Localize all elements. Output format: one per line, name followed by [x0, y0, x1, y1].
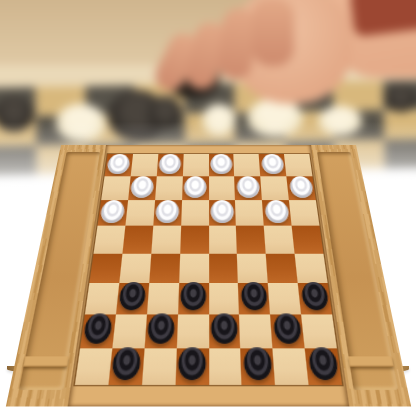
square-r8c2[interactable] [108, 348, 144, 385]
square-r3c4[interactable] [181, 200, 209, 226]
square-r1c5[interactable] [209, 154, 235, 176]
black-piece[interactable] [300, 282, 329, 310]
white-piece[interactable] [155, 200, 179, 223]
square-r6c3[interactable] [147, 283, 179, 315]
square-r7c3[interactable] [144, 314, 177, 348]
square-r5c6[interactable] [237, 253, 268, 282]
square-r1c2[interactable] [131, 154, 159, 176]
square-r4c1[interactable] [94, 226, 126, 253]
square-r2c7[interactable] [260, 176, 289, 200]
square-r2c8[interactable] [286, 176, 315, 200]
checkers-board [73, 153, 343, 386]
white-piece[interactable] [261, 154, 284, 174]
white-piece[interactable] [107, 154, 131, 174]
white-piece[interactable] [237, 176, 260, 197]
black-piece[interactable] [178, 348, 206, 381]
square-r8c7[interactable] [273, 348, 309, 385]
white-piece[interactable] [130, 176, 154, 197]
square-r3c6[interactable] [235, 200, 264, 226]
square-r6c1[interactable] [85, 283, 119, 315]
square-r7c4[interactable] [176, 314, 208, 348]
square-r7c5[interactable] [209, 314, 241, 348]
square-r3c7[interactable] [262, 200, 292, 226]
left-tray-divider [23, 356, 68, 367]
square-r3c2[interactable] [125, 200, 155, 226]
square-r6c5[interactable] [209, 283, 240, 315]
square-r6c6[interactable] [238, 283, 270, 315]
square-r7c2[interactable] [112, 314, 147, 348]
wooden-box [6, 145, 411, 406]
square-r4c4[interactable] [180, 226, 209, 253]
right-tray-divider [348, 356, 393, 367]
square-r5c1[interactable] [89, 253, 122, 282]
black-piece[interactable] [307, 348, 339, 381]
square-r4c7[interactable] [264, 226, 295, 253]
square-r8c6[interactable] [241, 348, 276, 385]
black-piece[interactable] [180, 282, 206, 310]
square-r7c6[interactable] [239, 314, 272, 348]
black-piece[interactable] [241, 282, 268, 310]
square-r7c1[interactable] [80, 314, 116, 348]
square-r8c4[interactable] [175, 348, 208, 385]
square-r1c8[interactable] [284, 154, 312, 176]
board-center [68, 145, 350, 406]
white-piece[interactable] [159, 154, 182, 174]
square-r2c6[interactable] [234, 176, 262, 200]
square-r1c1[interactable] [105, 154, 133, 176]
white-piece[interactable] [264, 200, 289, 223]
square-r5c2[interactable] [119, 253, 151, 282]
square-r8c5[interactable] [209, 348, 242, 385]
square-r3c1[interactable] [97, 200, 127, 226]
square-r4c3[interactable] [151, 226, 181, 253]
square-r5c5[interactable] [209, 253, 239, 282]
product-photo [0, 0, 416, 416]
square-r7c8[interactable] [301, 314, 337, 348]
square-r5c7[interactable] [266, 253, 298, 282]
checkers-set [6, 145, 411, 406]
square-r2c4[interactable] [182, 176, 209, 200]
square-r8c3[interactable] [142, 348, 177, 385]
white-piece[interactable] [211, 200, 234, 223]
square-r4c2[interactable] [122, 226, 153, 253]
square-r8c1[interactable] [75, 348, 112, 385]
square-r4c8[interactable] [292, 226, 324, 253]
black-piece[interactable] [273, 314, 302, 344]
black-piece[interactable] [83, 314, 113, 344]
square-r8c8[interactable] [305, 348, 342, 385]
black-piece[interactable] [243, 348, 272, 381]
square-r2c1[interactable] [101, 176, 130, 200]
square-r1c7[interactable] [259, 154, 287, 176]
square-r3c5[interactable] [209, 200, 237, 226]
square-r4c6[interactable] [236, 226, 266, 253]
white-piece[interactable] [184, 176, 207, 197]
square-r6c2[interactable] [116, 283, 149, 315]
white-piece[interactable] [210, 154, 232, 174]
square-r1c4[interactable] [183, 154, 209, 176]
square-r1c6[interactable] [234, 154, 261, 176]
square-r3c8[interactable] [289, 200, 319, 226]
square-r6c4[interactable] [178, 283, 209, 315]
square-r7c7[interactable] [270, 314, 305, 348]
square-r5c3[interactable] [149, 253, 180, 282]
square-r4c5[interactable] [209, 226, 238, 253]
square-r1c3[interactable] [157, 154, 184, 176]
black-piece[interactable] [211, 314, 238, 344]
black-piece[interactable] [119, 282, 147, 310]
square-r5c4[interactable] [179, 253, 209, 282]
square-r3c3[interactable] [153, 200, 182, 226]
square-r2c5[interactable] [209, 176, 236, 200]
square-r2c3[interactable] [155, 176, 183, 200]
square-r6c8[interactable] [298, 283, 332, 315]
white-piece[interactable] [288, 176, 313, 197]
square-r6c7[interactable] [268, 283, 301, 315]
black-piece[interactable] [111, 348, 142, 381]
white-piece[interactable] [100, 200, 126, 223]
square-r5c8[interactable] [295, 253, 328, 282]
black-piece[interactable] [147, 314, 175, 344]
square-r2c2[interactable] [128, 176, 157, 200]
